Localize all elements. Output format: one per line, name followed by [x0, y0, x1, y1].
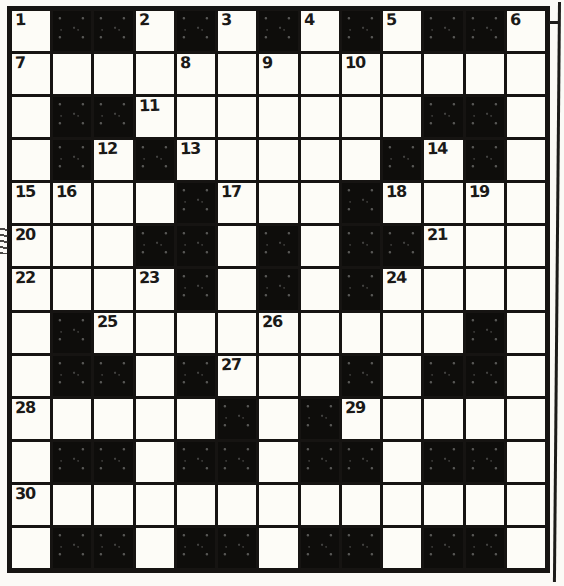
- white-cell[interactable]: [301, 140, 339, 180]
- white-cell[interactable]: 9: [259, 54, 297, 94]
- white-cell[interactable]: [301, 313, 339, 353]
- white-cell[interactable]: [424, 399, 462, 439]
- white-cell[interactable]: [259, 183, 297, 223]
- white-cell[interactable]: [383, 54, 421, 94]
- white-cell[interactable]: 19: [466, 183, 504, 223]
- white-cell[interactable]: [507, 528, 545, 568]
- white-cell[interactable]: 14: [424, 140, 462, 180]
- white-cell[interactable]: [53, 54, 91, 94]
- black-cell: [53, 97, 91, 137]
- white-cell[interactable]: 21: [424, 226, 462, 266]
- white-cell[interactable]: 25: [94, 313, 132, 353]
- white-cell[interactable]: [507, 269, 545, 309]
- black-cell: [177, 269, 215, 309]
- white-cell[interactable]: [12, 97, 50, 137]
- white-cell[interactable]: 2: [136, 11, 174, 51]
- black-cell: [466, 356, 504, 396]
- black-cell: [136, 140, 174, 180]
- white-cell[interactable]: [94, 226, 132, 266]
- white-cell[interactable]: [12, 528, 50, 568]
- clue-number: 13: [180, 141, 201, 158]
- black-cell: [259, 269, 297, 309]
- scanned-puzzle-page: 1234567891011121314151617181920212223242…: [0, 0, 564, 586]
- margin-scribble-mark: [0, 227, 8, 254]
- white-cell[interactable]: [218, 54, 256, 94]
- white-cell[interactable]: [12, 356, 50, 396]
- white-cell[interactable]: [259, 97, 297, 137]
- white-cell[interactable]: [301, 485, 339, 525]
- clue-number: 6: [509, 12, 520, 28]
- white-cell[interactable]: [218, 140, 256, 180]
- white-cell[interactable]: [12, 140, 50, 180]
- white-cell[interactable]: 1: [12, 11, 50, 51]
- clue-number: 17: [221, 184, 242, 201]
- black-cell: [94, 528, 132, 568]
- white-cell[interactable]: 27: [218, 356, 256, 396]
- white-cell[interactable]: [301, 183, 339, 223]
- white-cell[interactable]: 7: [12, 54, 50, 94]
- white-cell[interactable]: [424, 269, 462, 309]
- white-cell[interactable]: [94, 485, 132, 525]
- clue-number: 14: [427, 141, 448, 158]
- black-cell: [177, 528, 215, 568]
- black-cell: [301, 399, 339, 439]
- white-cell[interactable]: [507, 313, 545, 353]
- white-cell[interactable]: [466, 399, 504, 439]
- white-cell[interactable]: [466, 226, 504, 266]
- clue-number: 4: [303, 12, 314, 28]
- white-cell[interactable]: [94, 54, 132, 94]
- white-cell[interactable]: [383, 442, 421, 482]
- white-cell[interactable]: 5: [383, 11, 421, 51]
- black-cell: [53, 313, 91, 353]
- black-cell: [466, 97, 504, 137]
- white-cell[interactable]: [177, 399, 215, 439]
- clue-number: 5: [386, 12, 397, 28]
- black-cell: [94, 11, 132, 51]
- white-cell[interactable]: [383, 528, 421, 568]
- white-cell[interactable]: [177, 485, 215, 525]
- white-cell[interactable]: 11: [136, 97, 174, 137]
- black-cell: [177, 442, 215, 482]
- white-cell[interactable]: [342, 485, 380, 525]
- white-cell[interactable]: [136, 442, 174, 482]
- clue-number: 7: [15, 55, 26, 71]
- white-cell[interactable]: [259, 442, 297, 482]
- white-cell[interactable]: [301, 356, 339, 396]
- black-cell: [94, 356, 132, 396]
- white-cell[interactable]: [424, 485, 462, 525]
- clue-number: 20: [15, 227, 36, 244]
- black-cell: [342, 356, 380, 396]
- white-cell[interactable]: [383, 313, 421, 353]
- black-cell: [53, 442, 91, 482]
- black-cell: [177, 356, 215, 396]
- white-cell[interactable]: [301, 54, 339, 94]
- black-cell: [177, 226, 215, 266]
- clue-number: 16: [56, 184, 77, 201]
- white-cell[interactable]: [466, 269, 504, 309]
- white-cell[interactable]: [53, 269, 91, 309]
- white-cell[interactable]: [424, 183, 462, 223]
- white-cell[interactable]: [383, 356, 421, 396]
- clue-number: 12: [97, 141, 118, 158]
- white-cell[interactable]: 20: [12, 226, 50, 266]
- white-cell[interactable]: 18: [383, 183, 421, 223]
- white-cell[interactable]: [424, 313, 462, 353]
- white-cell[interactable]: 22: [12, 269, 50, 309]
- white-cell[interactable]: [507, 97, 545, 137]
- clue-number: 21: [427, 227, 448, 244]
- black-cell: [466, 140, 504, 180]
- white-cell[interactable]: [136, 399, 174, 439]
- clue-number: 23: [138, 270, 159, 287]
- white-cell[interactable]: [507, 442, 545, 482]
- black-cell: [424, 11, 462, 51]
- black-cell: [301, 442, 339, 482]
- black-cell: [53, 140, 91, 180]
- white-cell[interactable]: [466, 54, 504, 94]
- black-cell: [218, 399, 256, 439]
- white-cell[interactable]: [53, 399, 91, 439]
- black-cell: [177, 11, 215, 51]
- white-cell[interactable]: [177, 313, 215, 353]
- black-cell: [94, 97, 132, 137]
- white-cell[interactable]: 4: [301, 11, 339, 51]
- clue-number: 25: [97, 313, 118, 330]
- white-cell[interactable]: [136, 356, 174, 396]
- white-cell[interactable]: 28: [12, 399, 50, 439]
- clue-number: 11: [138, 98, 159, 115]
- clue-number: 27: [221, 356, 242, 373]
- white-cell[interactable]: [424, 54, 462, 94]
- white-cell[interactable]: [12, 442, 50, 482]
- black-cell: [424, 356, 462, 396]
- clue-number: 2: [138, 12, 149, 28]
- clue-number: 15: [15, 184, 36, 201]
- black-cell: [424, 97, 462, 137]
- white-cell[interactable]: [94, 183, 132, 223]
- black-cell: [218, 528, 256, 568]
- clue-number: 30: [15, 485, 36, 502]
- black-cell: [94, 442, 132, 482]
- white-cell[interactable]: [259, 399, 297, 439]
- white-cell[interactable]: [94, 399, 132, 439]
- clue-number: 10: [345, 55, 366, 72]
- white-cell[interactable]: [218, 485, 256, 525]
- white-cell[interactable]: 3: [218, 11, 256, 51]
- white-cell[interactable]: [53, 485, 91, 525]
- white-cell[interactable]: 13: [177, 140, 215, 180]
- crossword-grid: 1234567891011121314151617181920212223242…: [7, 6, 550, 573]
- white-cell[interactable]: [383, 399, 421, 439]
- white-cell[interactable]: [342, 97, 380, 137]
- black-cell: [466, 11, 504, 51]
- black-cell: [383, 140, 421, 180]
- black-cell: [424, 528, 462, 568]
- white-cell[interactable]: 24: [383, 269, 421, 309]
- black-cell: [259, 11, 297, 51]
- white-cell[interactable]: 23: [136, 269, 174, 309]
- clue-number: 1: [15, 12, 26, 28]
- white-cell[interactable]: 12: [94, 140, 132, 180]
- white-cell[interactable]: [218, 97, 256, 137]
- white-cell[interactable]: [259, 356, 297, 396]
- white-cell[interactable]: [94, 269, 132, 309]
- white-cell[interactable]: [507, 399, 545, 439]
- white-cell[interactable]: [301, 226, 339, 266]
- clue-number: 26: [262, 313, 283, 330]
- white-cell[interactable]: [507, 356, 545, 396]
- black-cell: [53, 11, 91, 51]
- white-cell[interactable]: [136, 528, 174, 568]
- white-cell[interactable]: [507, 485, 545, 525]
- white-cell[interactable]: 16: [53, 183, 91, 223]
- white-cell[interactable]: [507, 54, 545, 94]
- black-cell: [301, 528, 339, 568]
- black-cell: [342, 269, 380, 309]
- black-cell: [259, 226, 297, 266]
- white-cell[interactable]: [383, 485, 421, 525]
- black-cell: [342, 11, 380, 51]
- black-cell: [177, 183, 215, 223]
- black-cell: [53, 356, 91, 396]
- white-cell[interactable]: [259, 140, 297, 180]
- white-cell[interactable]: [342, 140, 380, 180]
- white-cell[interactable]: [218, 226, 256, 266]
- white-cell[interactable]: 30: [12, 485, 50, 525]
- black-cell: [342, 442, 380, 482]
- white-cell[interactable]: [12, 313, 50, 353]
- white-cell[interactable]: 10: [342, 54, 380, 94]
- white-cell[interactable]: [507, 183, 545, 223]
- white-cell[interactable]: 26: [259, 313, 297, 353]
- clue-number: 8: [180, 55, 191, 71]
- clue-number: 18: [386, 184, 407, 201]
- clue-number: 9: [262, 55, 273, 71]
- black-cell: [383, 226, 421, 266]
- white-cell[interactable]: 8: [177, 54, 215, 94]
- white-cell[interactable]: [466, 485, 504, 525]
- black-cell: [466, 528, 504, 568]
- clue-number: 24: [386, 270, 407, 287]
- black-cell: [424, 442, 462, 482]
- page-edge-line: [552, 2, 560, 582]
- white-cell[interactable]: [507, 226, 545, 266]
- clue-number: 28: [15, 399, 36, 416]
- white-cell[interactable]: [259, 528, 297, 568]
- black-cell: [53, 528, 91, 568]
- white-cell[interactable]: [177, 97, 215, 137]
- white-cell[interactable]: [136, 313, 174, 353]
- white-cell[interactable]: [383, 97, 421, 137]
- black-cell: [342, 528, 380, 568]
- clue-number: 3: [221, 12, 232, 28]
- white-cell[interactable]: [136, 485, 174, 525]
- white-cell[interactable]: [136, 54, 174, 94]
- page-edge-tick: [549, 21, 558, 24]
- black-cell: [466, 313, 504, 353]
- black-cell: [342, 226, 380, 266]
- white-cell[interactable]: [218, 269, 256, 309]
- white-cell[interactable]: 15: [12, 183, 50, 223]
- black-cell: [218, 442, 256, 482]
- white-cell[interactable]: [342, 313, 380, 353]
- white-cell[interactable]: [53, 226, 91, 266]
- black-cell: [342, 183, 380, 223]
- black-cell: [136, 226, 174, 266]
- clue-number: 22: [15, 270, 36, 287]
- clue-number: 19: [468, 184, 489, 201]
- white-cell[interactable]: 6: [507, 11, 545, 51]
- white-cell[interactable]: [507, 140, 545, 180]
- white-cell[interactable]: [136, 183, 174, 223]
- white-cell[interactable]: [301, 269, 339, 309]
- clue-number: 29: [345, 399, 366, 416]
- white-cell[interactable]: 29: [342, 399, 380, 439]
- white-cell[interactable]: [301, 97, 339, 137]
- white-cell[interactable]: [259, 485, 297, 525]
- black-cell: [466, 442, 504, 482]
- white-cell[interactable]: [218, 313, 256, 353]
- white-cell[interactable]: 17: [218, 183, 256, 223]
